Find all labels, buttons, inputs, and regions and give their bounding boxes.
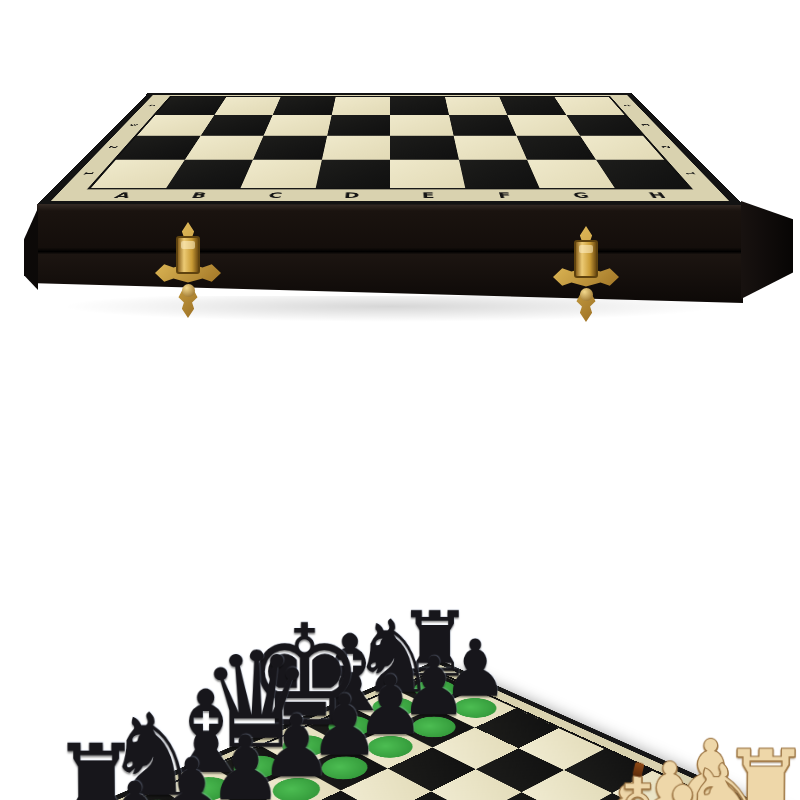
clasp-hasp (176, 236, 200, 274)
file-label: F (465, 189, 545, 201)
box-square (214, 97, 281, 115)
chess-board: 87654321 ABCDEFGH ♜♞♝♛♚♝♞♜♟♟♟♟♟♟♟♟♟♟♟♟♟♟… (3, 659, 800, 800)
box-square (315, 160, 390, 189)
box-square (459, 160, 540, 189)
rank-label-text: 2 (659, 146, 674, 149)
product-photo: 44332211ABCDEFGH 87654321 ABCDEFGH ♜♞♝♛♚… (0, 0, 800, 800)
box-square (445, 97, 508, 115)
rank-label-text: 4 (146, 105, 159, 107)
rank-label-text: 4 (622, 105, 635, 107)
box-square (390, 135, 459, 159)
box-square (390, 97, 449, 115)
rank-label-text: 1 (682, 172, 698, 175)
file-label: C (235, 189, 315, 201)
box-square (273, 97, 336, 115)
rank-label-text: 2 (106, 146, 121, 149)
box-left-side (24, 208, 38, 290)
box-square (449, 115, 517, 136)
box-square (327, 115, 390, 136)
open-chess-board-scene: 87654321 ABCDEFGH ♜♞♝♛♚♝♞♜♟♟♟♟♟♟♟♟♟♟♟♟♟♟… (0, 300, 800, 800)
king-finial (631, 762, 643, 778)
box-square (240, 160, 321, 189)
file-label: E (390, 189, 468, 201)
clasp-hasp (574, 240, 598, 278)
file-label: D (312, 189, 390, 201)
box-square (253, 135, 327, 159)
rank-label-text: 3 (128, 124, 142, 126)
box-front-side (37, 204, 743, 303)
file-label: B (157, 189, 240, 201)
box-square (453, 135, 527, 159)
rank-label-text: 1 (81, 172, 97, 175)
box-square (321, 135, 390, 159)
box-square (200, 115, 272, 136)
box-square (390, 115, 453, 136)
board-squares: ♜♞♝♛♚♝♞♜♟♟♟♟♟♟♟♟♟♟♟♟♟♟♟♟♜♞♝♛♚♝♞♜ (44, 670, 800, 800)
box-lid-checkerboard: 44332211ABCDEFGH (37, 93, 743, 205)
file-label: H (615, 189, 700, 201)
white-queen-piece: ♛ (518, 796, 658, 800)
box-square (331, 97, 390, 115)
closed-chess-box: 44332211ABCDEFGH (0, 0, 800, 340)
clasp-knob (182, 284, 195, 297)
box-right-side (741, 201, 793, 303)
file-label: A (80, 189, 165, 201)
rank-label-text: 3 (639, 124, 653, 126)
file-label: G (540, 189, 623, 201)
box-square (390, 160, 465, 189)
black-pawn-piece: ♟ (94, 770, 175, 800)
box-square (264, 115, 332, 136)
